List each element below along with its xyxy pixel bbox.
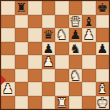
side-to-move-indicator	[1, 75, 6, 85]
piece-white-bishop[interactable]: ♝	[96, 82, 110, 96]
square-a5[interactable]	[1, 42, 15, 56]
square-h8[interactable]: ♚	[96, 1, 110, 15]
square-b8[interactable]: ♜	[15, 1, 29, 15]
square-d4[interactable]: ♟	[42, 55, 56, 69]
square-a4[interactable]	[1, 55, 15, 69]
square-c6[interactable]	[28, 28, 42, 42]
square-e4[interactable]	[55, 55, 69, 69]
square-b2[interactable]	[15, 82, 29, 96]
square-f8[interactable]	[69, 1, 83, 15]
square-a7[interactable]	[1, 15, 15, 29]
square-b5[interactable]	[15, 42, 29, 56]
square-f6[interactable]: ♟	[69, 28, 83, 42]
square-b6[interactable]	[15, 28, 29, 42]
square-g7[interactable]: ♝	[82, 15, 96, 29]
piece-black-queen[interactable]: ♛	[42, 28, 56, 42]
square-h1[interactable]: ♚	[96, 96, 110, 110]
square-c1[interactable]	[28, 96, 42, 110]
piece-white-pawn[interactable]: ♟	[42, 55, 56, 69]
piece-white-queen[interactable]: ♛	[69, 15, 83, 29]
square-e2[interactable]	[55, 82, 69, 96]
square-c5[interactable]	[28, 42, 42, 56]
piece-white-pawn[interactable]: ♟	[82, 28, 96, 42]
piece-black-knight[interactable]: ♞	[69, 42, 83, 56]
square-c2[interactable]	[28, 82, 42, 96]
square-f1[interactable]	[69, 96, 83, 110]
square-h4[interactable]	[96, 55, 110, 69]
square-a6[interactable]	[1, 28, 15, 42]
square-e8[interactable]	[55, 1, 69, 15]
square-e1[interactable]: ♜	[55, 96, 69, 110]
piece-white-rook[interactable]: ♜	[55, 96, 69, 110]
square-e7[interactable]	[55, 15, 69, 29]
square-d6[interactable]: ♛	[42, 28, 56, 42]
square-d3[interactable]	[42, 69, 56, 83]
square-d7[interactable]	[42, 15, 56, 29]
square-f5[interactable]: ♞	[69, 42, 83, 56]
square-b3[interactable]	[15, 69, 29, 83]
square-b1[interactable]	[15, 96, 29, 110]
square-e3[interactable]	[55, 69, 69, 83]
square-g1[interactable]	[82, 96, 96, 110]
square-g5[interactable]	[82, 42, 96, 56]
square-d1[interactable]	[42, 96, 56, 110]
square-h5[interactable]: ♟	[96, 42, 110, 56]
square-g8[interactable]	[82, 1, 96, 15]
square-g4[interactable]	[82, 55, 96, 69]
square-d5[interactable]: ♟	[42, 42, 56, 56]
square-c8[interactable]	[28, 1, 42, 15]
piece-white-knight[interactable]: ♞	[55, 28, 69, 42]
square-g6[interactable]: ♟	[82, 28, 96, 42]
piece-black-pawn[interactable]: ♟	[42, 42, 56, 56]
square-d8[interactable]	[42, 1, 56, 15]
piece-black-king[interactable]: ♚	[96, 1, 110, 15]
square-h3[interactable]	[96, 69, 110, 83]
piece-black-rook[interactable]: ♜	[15, 1, 29, 15]
square-g2[interactable]	[82, 82, 96, 96]
square-c7[interactable]	[28, 15, 42, 29]
chess-board: ♜♚♛♝♛♞♟♟♟♞♟♟♞♟♝♜♚	[0, 0, 110, 110]
board-grid: ♜♚♛♝♛♞♟♟♟♞♟♟♞♟♝♜♚	[1, 1, 109, 109]
piece-white-knight[interactable]: ♞	[69, 69, 83, 83]
square-c3[interactable]	[28, 69, 42, 83]
square-f7[interactable]: ♛	[69, 15, 83, 29]
square-e5[interactable]	[55, 42, 69, 56]
square-d2[interactable]	[42, 82, 56, 96]
square-b7[interactable]	[15, 15, 29, 29]
square-h6[interactable]	[96, 28, 110, 42]
square-f4[interactable]	[69, 55, 83, 69]
square-a8[interactable]	[1, 1, 15, 15]
square-b4[interactable]	[15, 55, 29, 69]
square-g3[interactable]	[82, 69, 96, 83]
square-h2[interactable]: ♝	[96, 82, 110, 96]
square-a1[interactable]	[1, 96, 15, 110]
piece-black-bishop[interactable]: ♝	[82, 15, 96, 29]
square-f2[interactable]	[69, 82, 83, 96]
square-e6[interactable]: ♞	[55, 28, 69, 42]
piece-black-pawn[interactable]: ♟	[96, 42, 110, 56]
square-h7[interactable]	[96, 15, 110, 29]
square-c4[interactable]	[28, 55, 42, 69]
square-f3[interactable]: ♞	[69, 69, 83, 83]
piece-white-king[interactable]: ♚	[96, 96, 110, 110]
piece-black-pawn[interactable]: ♟	[69, 28, 83, 42]
